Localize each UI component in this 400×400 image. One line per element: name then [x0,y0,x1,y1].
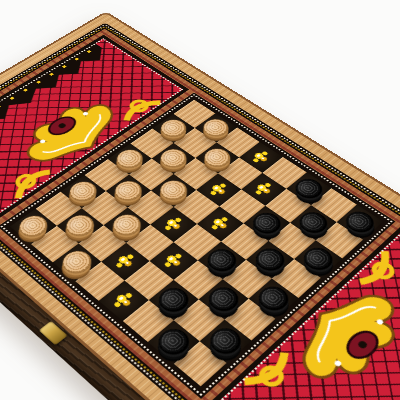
game-box [0,11,400,400]
gold-motif [206,180,232,199]
gold-motif [248,148,274,166]
photo-backdrop [0,0,400,400]
gold-motif [160,214,187,235]
gold-motif [160,250,188,272]
gold-motif [111,250,140,272]
gold-motif [207,213,234,234]
gold-motif [251,179,277,198]
gold-motif [109,289,139,313]
